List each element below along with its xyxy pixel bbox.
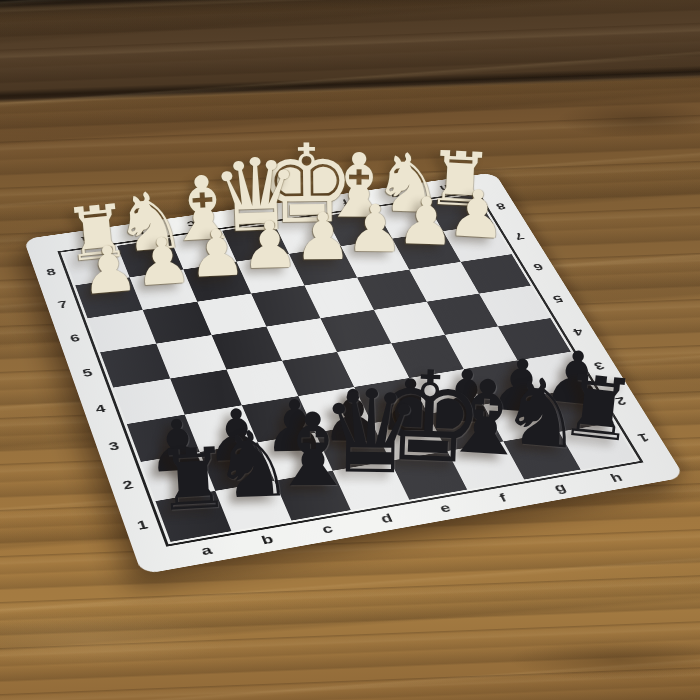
white-pawn-g7[interactable]: ♟ [396, 188, 457, 255]
white-pawn-e7[interactable]: ♟ [294, 205, 352, 270]
black-rook-a1[interactable]: ♜ [154, 436, 234, 524]
white-pawn-d7[interactable]: ♟ [241, 212, 301, 278]
white-pawn-c7[interactable]: ♟ [187, 220, 248, 287]
white-pawn-b7[interactable]: ♟ [132, 228, 194, 296]
white-pawn-a7[interactable]: ♟ [77, 235, 140, 304]
white-pawn-f7[interactable]: ♟ [345, 197, 404, 263]
